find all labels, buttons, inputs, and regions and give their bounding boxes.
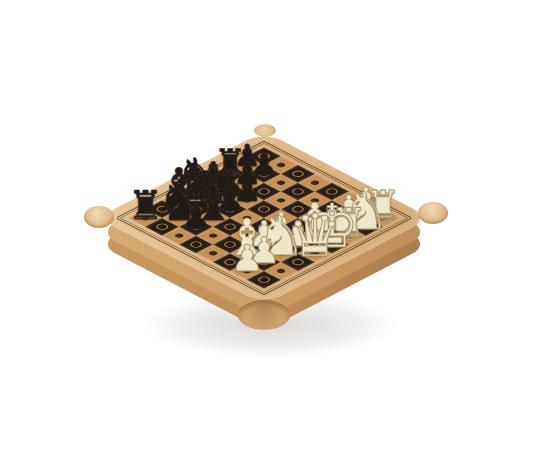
piece-white-pawn[interactable]: ♟ xyxy=(230,241,263,278)
chess-set-photo: ♜♝♞♟♜♟♞♛♚♟♟♟♟♝♟♟♝♟♟♟♟♞♟♝♟♟♟♛♚♜♞♜ xyxy=(0,0,550,450)
piece-white-queen[interactable]: ♛ xyxy=(288,206,341,265)
pieces-layer: ♜♝♞♟♜♟♞♛♚♟♟♟♟♝♟♟♝♟♟♟♟♞♟♝♟♟♟♛♚♜♞♜ xyxy=(0,0,550,450)
piece-black-pawn[interactable]: ♟ xyxy=(181,199,212,233)
